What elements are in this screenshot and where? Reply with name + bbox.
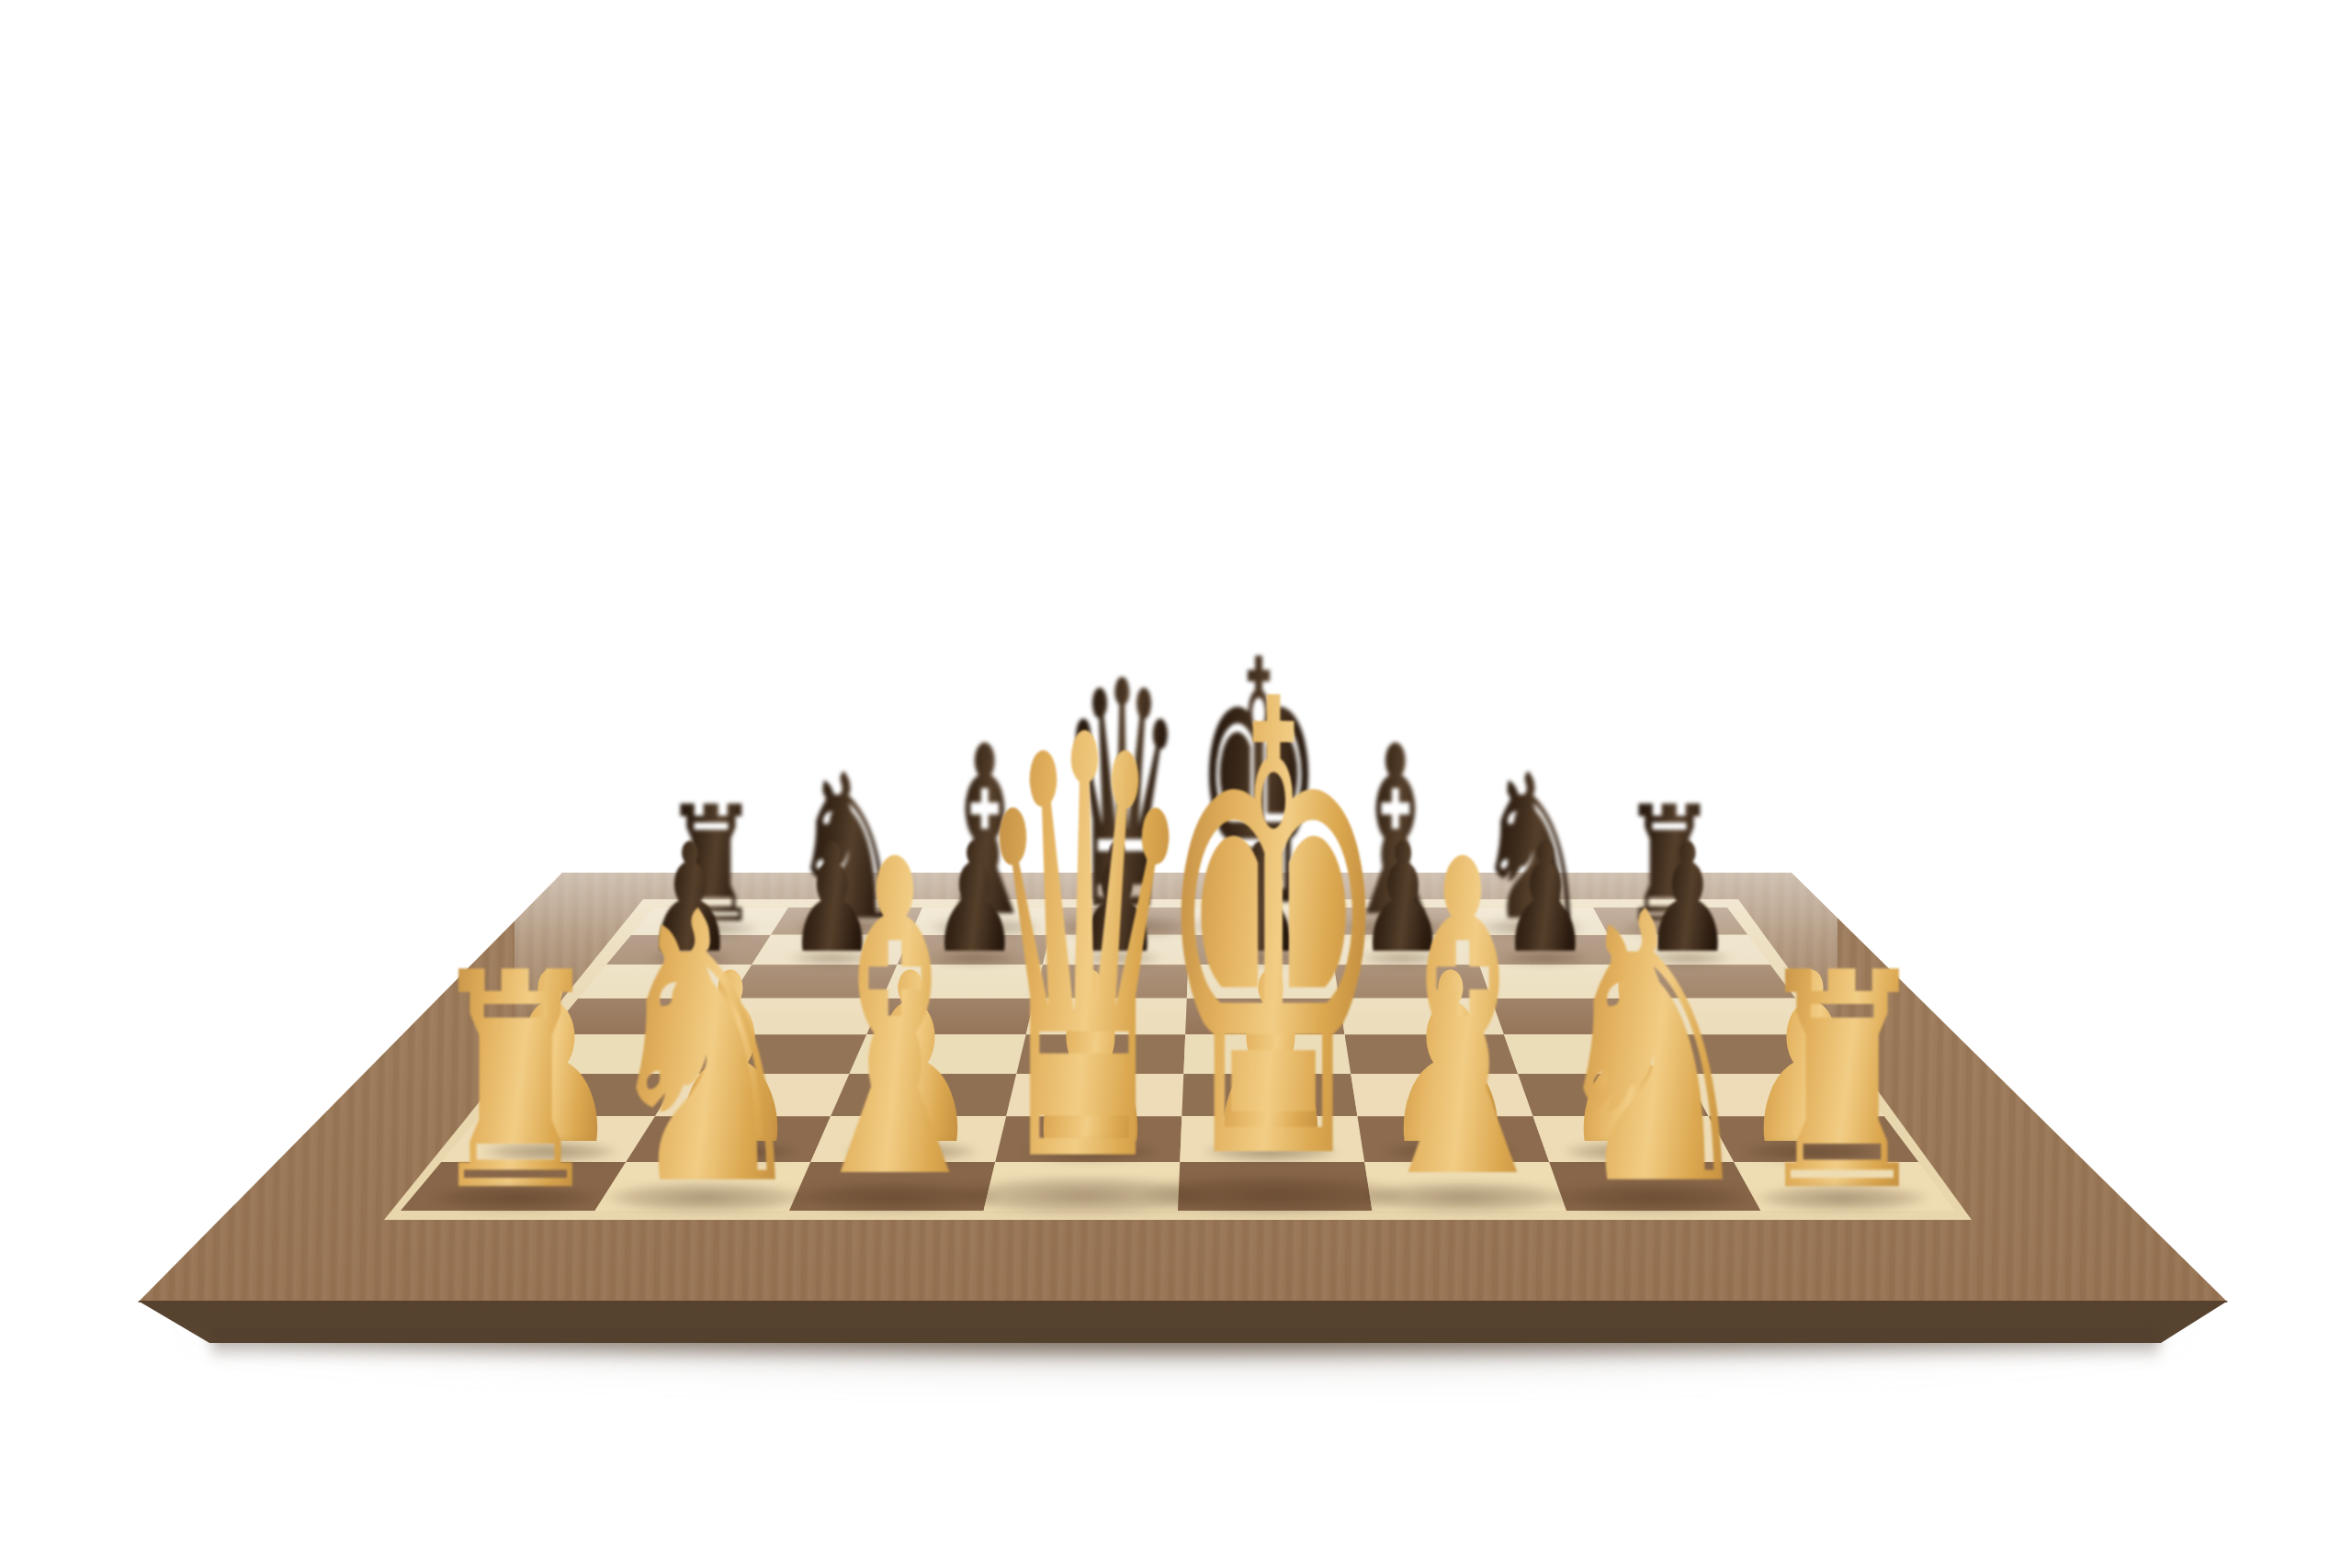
white-knight-icon: ♞ bbox=[1543, 864, 1761, 1236]
piece-white-knight-g1[interactable]: ♞ bbox=[1542, 956, 1764, 1204]
white-rook-icon: ♜ bbox=[1751, 934, 1932, 1232]
piece-white-rook-h1[interactable]: ♜ bbox=[1747, 992, 1938, 1205]
pieces-layer: ♜♞♝♛♚♝♞♜♟♟♟♟♟♟♟♟♟♟♟♟♟♟♟♟♜♞♝♛♚♝♞♜ bbox=[0, 0, 2352, 1568]
white-rook-icon: ♜ bbox=[425, 934, 606, 1232]
chess-photo-scene: ♜♞♝♛♚♝♞♜♟♟♟♟♟♟♟♟♟♟♟♟♟♟♟♟♜♞♝♛♚♝♞♜ bbox=[0, 0, 2352, 1568]
white-bishop-icon: ♝ bbox=[1359, 805, 1567, 1238]
piece-white-rook-a1[interactable]: ♜ bbox=[420, 992, 611, 1205]
